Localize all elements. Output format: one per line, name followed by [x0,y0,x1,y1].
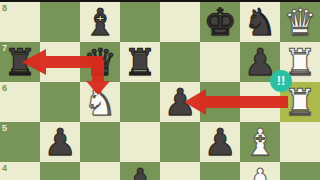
black-king-f8[interactable]: ♚ [200,2,240,42]
chess-board-thumbnail: 87654 !! ♝♚♞♛♜♛♜♟♜♞♟♜♟♟♝♟♟ [0,0,320,180]
square-e8[interactable] [160,2,200,42]
black-queen-c7[interactable]: ♛ [80,42,120,82]
rank-label-4: 4 [2,163,7,173]
rank-label-6: 6 [2,83,7,93]
square-b7[interactable] [40,42,80,82]
square-a6[interactable]: 6 [0,82,40,122]
square-e7[interactable] [160,42,200,82]
square-e5[interactable] [160,122,200,162]
rank-label-5: 5 [2,123,7,133]
square-a8[interactable]: 8 [0,2,40,42]
square-f6[interactable] [200,82,240,122]
square-c4[interactable] [80,162,120,180]
square-d8[interactable] [120,2,160,42]
brilliant-move-badge: !! [270,70,292,92]
black-rook-a7[interactable]: ♜ [0,42,40,82]
black-pawn-f5[interactable]: ♟ [200,122,240,162]
square-c5[interactable] [80,122,120,162]
white-pawn-g4[interactable]: ♟ [240,162,280,180]
square-f4[interactable] [200,162,240,180]
square-b4[interactable] [40,162,80,180]
white-knight-c6[interactable]: ♞ [80,82,120,122]
square-e4[interactable] [160,162,200,180]
square-a4[interactable]: 4 [0,162,40,180]
white-queen-h8[interactable]: ♛ [280,2,320,42]
square-f7[interactable] [200,42,240,82]
black-pawn-b5[interactable]: ♟ [40,122,80,162]
black-rook-d7[interactable]: ♜ [120,42,160,82]
black-knight-g8[interactable]: ♞ [240,2,280,42]
square-h4[interactable] [280,162,320,180]
square-h5[interactable] [280,122,320,162]
white-bishop-g5[interactable]: ♝ [240,122,280,162]
square-b8[interactable] [40,2,80,42]
square-d5[interactable] [120,122,160,162]
square-a5[interactable]: 5 [0,122,40,162]
square-d6[interactable] [120,82,160,122]
black-pawn-d4[interactable]: ♟ [120,162,160,180]
square-b6[interactable] [40,82,80,122]
brilliant-move-label: !! [277,70,286,92]
black-bishop-c8[interactable]: ♝ [80,2,120,42]
rank-label-8: 8 [2,3,7,13]
black-pawn-e6[interactable]: ♟ [160,82,200,122]
